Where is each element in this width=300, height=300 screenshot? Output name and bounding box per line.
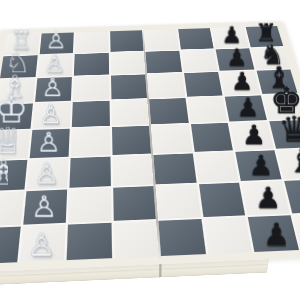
square-d2[interactable]: ♙ bbox=[29, 129, 70, 158]
square-c7[interactable]: ♟ bbox=[235, 150, 281, 181]
square-d3[interactable] bbox=[71, 127, 110, 156]
square-e2[interactable]: ♙ bbox=[32, 102, 71, 129]
piece-black-pawn[interactable]: ♟ bbox=[255, 183, 281, 212]
square-c4[interactable] bbox=[112, 155, 153, 186]
square-d4[interactable] bbox=[111, 126, 151, 155]
piece-white-bishop[interactable]: ♗ bbox=[0, 155, 19, 189]
square-d7[interactable]: ♟ bbox=[230, 121, 274, 150]
piece-white-pawn[interactable]: ♙ bbox=[44, 51, 66, 75]
piece-black-pawn[interactable]: ♟ bbox=[262, 219, 290, 250]
piece-black-pawn[interactable]: ♟ bbox=[242, 121, 266, 148]
piece-white-pawn[interactable]: ♙ bbox=[28, 229, 56, 260]
square-b5[interactable] bbox=[156, 184, 201, 218]
square-c5[interactable] bbox=[153, 153, 196, 184]
square-e7[interactable]: ♟ bbox=[225, 95, 267, 121]
square-e4[interactable] bbox=[111, 99, 149, 126]
square-g6[interactable] bbox=[181, 49, 218, 72]
chess-set-photo: ♖♙♟♜♘♙♟♞♗♙♟♝♔♙♟♚♕♙♟♛♗♙♟♝♘♙♟♞♖♙♟♜ bbox=[0, 0, 300, 300]
piece-black-pawn[interactable]: ♟ bbox=[236, 94, 259, 120]
square-d5[interactable] bbox=[151, 124, 192, 153]
square-a3[interactable] bbox=[67, 222, 112, 260]
square-d6[interactable] bbox=[190, 123, 232, 152]
piece-black-pawn[interactable]: ♟ bbox=[226, 45, 247, 69]
chess-board: ♖♙♟♜♘♙♟♞♗♙♟♝♔♙♟♚♕♙♟♛♗♙♟♝♘♙♟♞♖♙♟♜ bbox=[0, 22, 300, 273]
square-h6[interactable] bbox=[178, 28, 214, 49]
piece-black-pawn[interactable]: ♟ bbox=[248, 151, 273, 179]
board-frame: ♖♙♟♜♘♙♟♞♗♙♟♝♔♙♟♚♕♙♟♛♗♙♟♝♘♙♟♞♖♙♟♜ bbox=[0, 22, 300, 273]
piece-white-knight[interactable]: ♘ bbox=[0, 189, 14, 223]
square-g5[interactable] bbox=[145, 50, 181, 73]
square-h4[interactable] bbox=[110, 30, 144, 51]
square-e5[interactable] bbox=[149, 98, 188, 125]
piece-white-rook[interactable]: ♖ bbox=[0, 228, 9, 262]
piece-black-pawn[interactable]: ♟ bbox=[231, 69, 253, 94]
square-f3[interactable] bbox=[73, 76, 109, 101]
square-a6[interactable] bbox=[203, 217, 252, 254]
square-h5[interactable] bbox=[144, 29, 179, 50]
square-c2[interactable]: ♙ bbox=[26, 158, 68, 190]
square-b4[interactable] bbox=[113, 186, 156, 220]
square-b7[interactable]: ♟ bbox=[241, 181, 289, 215]
square-c3[interactable] bbox=[69, 156, 110, 188]
square-a4[interactable] bbox=[113, 220, 158, 258]
square-b1[interactable]: ♘ bbox=[0, 191, 24, 226]
piece-white-pawn[interactable]: ♙ bbox=[42, 75, 64, 100]
square-a7[interactable]: ♟ bbox=[248, 215, 299, 252]
piece-black-bishop[interactable]: ♝ bbox=[288, 144, 300, 177]
square-e6[interactable] bbox=[187, 96, 228, 122]
piece-white-pawn[interactable]: ♙ bbox=[34, 159, 59, 187]
square-c6[interactable] bbox=[194, 151, 238, 182]
square-e3[interactable] bbox=[72, 100, 110, 127]
square-h3[interactable] bbox=[75, 31, 109, 52]
square-a2[interactable]: ♙ bbox=[19, 224, 66, 262]
piece-white-pawn[interactable]: ♙ bbox=[31, 192, 58, 222]
square-b2[interactable]: ♙ bbox=[23, 190, 67, 225]
square-g3[interactable] bbox=[74, 53, 109, 76]
square-f2[interactable]: ♙ bbox=[35, 77, 72, 102]
square-a5[interactable] bbox=[158, 219, 205, 256]
square-b3[interactable] bbox=[68, 188, 111, 222]
piece-white-pawn[interactable]: ♙ bbox=[39, 101, 62, 127]
square-b6[interactable] bbox=[198, 183, 245, 217]
piece-black-knight[interactable]: ♞ bbox=[297, 177, 300, 211]
square-f5[interactable] bbox=[147, 73, 185, 98]
piece-white-pawn[interactable]: ♙ bbox=[37, 129, 61, 156]
square-a1[interactable]: ♖ bbox=[0, 226, 20, 264]
square-g4[interactable] bbox=[110, 52, 145, 75]
square-f6[interactable] bbox=[184, 72, 223, 96]
square-f4[interactable] bbox=[111, 74, 147, 99]
